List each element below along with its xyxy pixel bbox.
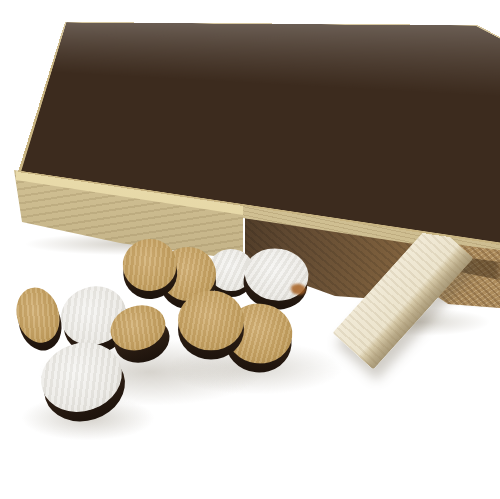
checker-piece-wood — [121, 237, 179, 301]
product-photo-scene — [0, 0, 500, 499]
checker-piece-wood — [178, 291, 244, 360]
piece-top-face — [178, 291, 244, 351]
checker-piece-wood — [10, 283, 67, 356]
pieces-layer — [0, 0, 500, 499]
